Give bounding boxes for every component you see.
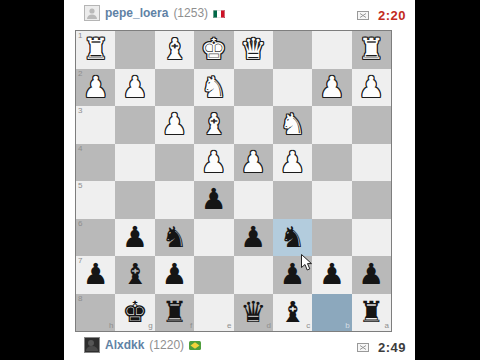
- square-f6[interactable]: ♞: [155, 219, 194, 257]
- black-pawn[interactable]: ♟: [201, 185, 227, 214]
- square-h7[interactable]: 7♟: [76, 256, 115, 294]
- file-label-g: g: [148, 322, 152, 330]
- square-a5[interactable]: [352, 181, 391, 219]
- file-label-a: a: [385, 322, 389, 330]
- square-b8[interactable]: b: [312, 294, 351, 332]
- square-g2[interactable]: ♟: [115, 69, 154, 107]
- white-pawn[interactable]: ♟: [240, 148, 266, 177]
- square-e1[interactable]: ♚: [194, 31, 233, 69]
- photo-avatar[interactable]: [84, 337, 100, 353]
- black-queen[interactable]: ♛: [240, 298, 266, 327]
- square-a7[interactable]: ♟: [352, 256, 391, 294]
- brazil-flag-icon: [189, 336, 201, 354]
- black-knight[interactable]: ♞: [161, 223, 187, 252]
- square-e3[interactable]: ♝: [194, 106, 233, 144]
- square-a3[interactable]: [352, 106, 391, 144]
- white-pawn[interactable]: ♟: [161, 110, 187, 139]
- square-f3[interactable]: ♟: [155, 106, 194, 144]
- rank-label-3: 3: [78, 107, 82, 115]
- black-bishop[interactable]: ♝: [122, 260, 148, 289]
- white-king[interactable]: ♚: [201, 35, 227, 64]
- white-pawn[interactable]: ♟: [319, 73, 345, 102]
- rank-label-8: 8: [78, 295, 82, 303]
- white-bishop[interactable]: ♝: [201, 110, 227, 139]
- square-d5[interactable]: [234, 181, 273, 219]
- square-c8[interactable]: c♝: [273, 294, 312, 332]
- square-g8[interactable]: g♚: [115, 294, 154, 332]
- black-pawn[interactable]: ♟: [122, 223, 148, 252]
- square-f4[interactable]: [155, 144, 194, 182]
- bottom-player-bar: Alxdkk (1220): [84, 336, 201, 354]
- square-h5[interactable]: 5: [76, 181, 115, 219]
- bottom-player-rating: (1220): [149, 338, 184, 352]
- file-label-e: e: [227, 322, 231, 330]
- white-knight[interactable]: ♞: [280, 110, 306, 139]
- black-pawn[interactable]: ♟: [240, 223, 266, 252]
- square-b4[interactable]: [312, 144, 351, 182]
- white-rook[interactable]: ♜: [358, 35, 384, 64]
- square-f7[interactable]: ♟: [155, 256, 194, 294]
- square-h2[interactable]: 2♟: [76, 69, 115, 107]
- square-d7[interactable]: [234, 256, 273, 294]
- chess-app-window: pepe_loera (1253) 2:20 1♜♝♚♛♜2♟♟♞: [64, 0, 415, 360]
- square-a4[interactable]: [352, 144, 391, 182]
- black-king[interactable]: ♚: [122, 298, 148, 327]
- square-e6[interactable]: [194, 219, 233, 257]
- square-b2[interactable]: ♟: [312, 69, 351, 107]
- white-bishop[interactable]: ♝: [161, 35, 187, 64]
- black-pawn[interactable]: ♟: [358, 260, 384, 289]
- video-frame: pepe_loera (1253) 2:20 1♜♝♚♛♜2♟♟♞: [0, 0, 480, 360]
- screen-icon: [357, 6, 369, 24]
- rank-label-6: 6: [78, 220, 82, 228]
- rank-label-2: 2: [78, 70, 82, 78]
- square-d1[interactable]: ♛: [234, 31, 273, 69]
- square-d6[interactable]: ♟: [234, 219, 273, 257]
- rank-label-1: 1: [78, 32, 82, 40]
- black-pawn[interactable]: ♟: [161, 260, 187, 289]
- white-pawn[interactable]: ♟: [122, 73, 148, 102]
- square-a8[interactable]: a♜: [352, 294, 391, 332]
- square-e7[interactable]: [194, 256, 233, 294]
- square-g3[interactable]: [115, 106, 154, 144]
- square-f5[interactable]: [155, 181, 194, 219]
- chess-board[interactable]: 1♜♝♚♛♜2♟♟♞♟♟3♟♝♞4♟♟♟5♟6♟♞♟♞7♟♝♟♟♟♟8hg♚f♜…: [75, 30, 392, 332]
- top-player-clock: 2:20: [378, 8, 406, 23]
- rank-label-4: 4: [78, 145, 82, 153]
- square-a1[interactable]: ♜: [352, 31, 391, 69]
- square-e5[interactable]: ♟: [194, 181, 233, 219]
- mouse-cursor-icon: [301, 254, 312, 271]
- white-pawn[interactable]: ♟: [201, 148, 227, 177]
- top-clock-area: 2:20: [357, 6, 406, 24]
- black-knight[interactable]: ♞: [280, 223, 306, 252]
- square-c5[interactable]: [273, 181, 312, 219]
- square-c2[interactable]: [273, 69, 312, 107]
- bottom-player-clock: 2:49: [378, 340, 406, 355]
- square-b1[interactable]: [312, 31, 351, 69]
- square-g6[interactable]: ♟: [115, 219, 154, 257]
- square-d3[interactable]: [234, 106, 273, 144]
- square-h1[interactable]: 1♜: [76, 31, 115, 69]
- rank-label-5: 5: [78, 182, 82, 190]
- square-a2[interactable]: ♟: [352, 69, 391, 107]
- square-g7[interactable]: ♝: [115, 256, 154, 294]
- square-h4[interactable]: 4: [76, 144, 115, 182]
- square-c3[interactable]: ♞: [273, 106, 312, 144]
- top-player-bar: pepe_loera (1253): [84, 4, 225, 22]
- square-h6[interactable]: 6: [76, 219, 115, 257]
- square-b6[interactable]: [312, 219, 351, 257]
- screen-icon: [357, 338, 369, 356]
- file-label-c: c: [306, 322, 310, 330]
- white-pawn[interactable]: ♟: [280, 148, 306, 177]
- file-label-f: f: [190, 322, 192, 330]
- black-rook[interactable]: ♜: [358, 298, 384, 327]
- square-e2[interactable]: ♞: [194, 69, 233, 107]
- square-f8[interactable]: f♜: [155, 294, 194, 332]
- square-e4[interactable]: ♟: [194, 144, 233, 182]
- white-queen[interactable]: ♛: [240, 35, 266, 64]
- square-f2[interactable]: [155, 69, 194, 107]
- top-player-name[interactable]: pepe_loera: [105, 6, 168, 20]
- square-c4[interactable]: ♟: [273, 144, 312, 182]
- square-f1[interactable]: ♝: [155, 31, 194, 69]
- black-pawn[interactable]: ♟: [83, 260, 109, 289]
- bottom-player-name[interactable]: Alxdkk: [105, 338, 144, 352]
- file-label-h: h: [109, 322, 113, 330]
- square-h3[interactable]: 3: [76, 106, 115, 144]
- black-rook[interactable]: ♜: [161, 298, 187, 327]
- square-e8[interactable]: e: [194, 294, 233, 332]
- square-d4[interactable]: ♟: [234, 144, 273, 182]
- bottom-clock-area: 2:49: [357, 338, 406, 356]
- square-b3[interactable]: [312, 106, 351, 144]
- square-g1[interactable]: [115, 31, 154, 69]
- square-d8[interactable]: d♛: [234, 294, 273, 332]
- white-rook[interactable]: ♜: [83, 35, 109, 64]
- white-pawn[interactable]: ♟: [358, 73, 384, 102]
- square-b7[interactable]: ♟: [312, 256, 351, 294]
- square-c6[interactable]: ♞: [273, 219, 312, 257]
- white-pawn[interactable]: ♟: [83, 73, 109, 102]
- rank-label-7: 7: [78, 257, 82, 265]
- default-avatar-icon[interactable]: [84, 5, 100, 21]
- square-c1[interactable]: [273, 31, 312, 69]
- black-pawn[interactable]: ♟: [319, 260, 345, 289]
- file-label-b: b: [345, 322, 349, 330]
- file-label-d: d: [266, 322, 270, 330]
- square-g5[interactable]: [115, 181, 154, 219]
- square-a6[interactable]: [352, 219, 391, 257]
- mexico-flag-icon: [213, 4, 225, 22]
- black-bishop[interactable]: ♝: [280, 298, 306, 327]
- square-h8[interactable]: 8h: [76, 294, 115, 332]
- square-g4[interactable]: [115, 144, 154, 182]
- square-d2[interactable]: [234, 69, 273, 107]
- white-knight[interactable]: ♞: [201, 73, 227, 102]
- square-b5[interactable]: [312, 181, 351, 219]
- top-player-rating: (1253): [173, 6, 208, 20]
